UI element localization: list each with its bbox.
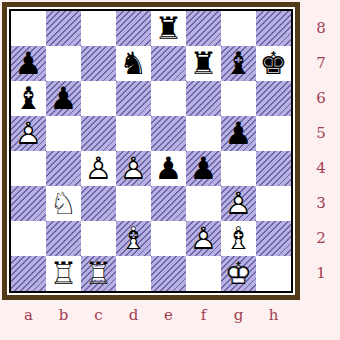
- piece-white-pawn: ♙: [221, 186, 256, 221]
- piece-white-pawn: ♙: [11, 116, 46, 151]
- square-b7[interactable]: [46, 46, 81, 81]
- piece-white-rook-fill: ♜: [46, 256, 81, 291]
- square-c7[interactable]: [81, 46, 116, 81]
- square-c6[interactable]: [81, 81, 116, 116]
- square-c2[interactable]: [81, 221, 116, 256]
- square-b8[interactable]: [46, 11, 81, 46]
- square-a6[interactable]: ♝: [11, 81, 46, 116]
- rank-label-3: 3: [308, 186, 334, 221]
- square-c8[interactable]: [81, 11, 116, 46]
- rank-label-7: 7: [308, 46, 334, 81]
- piece-black-pawn: ♟: [186, 151, 221, 186]
- square-d8[interactable]: [116, 11, 151, 46]
- square-e6[interactable]: [151, 81, 186, 116]
- square-e3[interactable]: [151, 186, 186, 221]
- square-f7[interactable]: ♜: [186, 46, 221, 81]
- square-h3[interactable]: [256, 186, 291, 221]
- square-f2[interactable]: ♟♙: [186, 221, 221, 256]
- piece-white-pawn-fill: ♟: [81, 151, 116, 186]
- piece-white-bishop-fill: ♝: [116, 221, 151, 256]
- board-grid: ♜♟♞♜♝♚♝♟♟♙♟♟♙♟♙♟♟♞♘♟♙♝♗♟♙♝♗♜♖♜♖♚♔: [11, 11, 291, 291]
- chess-board-frame: ♜♟♞♜♝♚♝♟♟♙♟♟♙♟♙♟♟♞♘♟♙♝♗♟♙♝♗♜♖♜♖♚♔: [2, 2, 300, 300]
- square-e5[interactable]: [151, 116, 186, 151]
- square-b4[interactable]: [46, 151, 81, 186]
- square-a8[interactable]: [11, 11, 46, 46]
- square-c1[interactable]: ♜♖: [81, 256, 116, 291]
- square-g4[interactable]: [221, 151, 256, 186]
- square-h1[interactable]: [256, 256, 291, 291]
- square-d5[interactable]: [116, 116, 151, 151]
- square-g3[interactable]: ♟♙: [221, 186, 256, 221]
- square-a2[interactable]: [11, 221, 46, 256]
- square-d4[interactable]: ♟♙: [116, 151, 151, 186]
- square-f4[interactable]: ♟: [186, 151, 221, 186]
- square-b5[interactable]: [46, 116, 81, 151]
- file-label-e: e: [151, 303, 186, 327]
- square-c3[interactable]: [81, 186, 116, 221]
- square-f8[interactable]: [186, 11, 221, 46]
- square-f3[interactable]: [186, 186, 221, 221]
- square-b2[interactable]: [46, 221, 81, 256]
- square-e1[interactable]: [151, 256, 186, 291]
- piece-white-pawn-fill: ♟: [11, 116, 46, 151]
- piece-black-bishop: ♝: [11, 81, 46, 116]
- piece-white-rook-fill: ♜: [81, 256, 116, 291]
- piece-black-pawn: ♟: [221, 116, 256, 151]
- piece-black-bishop: ♝: [221, 46, 256, 81]
- square-e4[interactable]: ♟: [151, 151, 186, 186]
- square-h2[interactable]: [256, 221, 291, 256]
- square-e7[interactable]: [151, 46, 186, 81]
- file-label-g: g: [221, 303, 256, 327]
- square-b1[interactable]: ♜♖: [46, 256, 81, 291]
- piece-white-pawn-fill: ♟: [221, 186, 256, 221]
- square-a5[interactable]: ♟♙: [11, 116, 46, 151]
- piece-black-pawn: ♟: [151, 151, 186, 186]
- piece-white-bishop-fill: ♝: [221, 221, 256, 256]
- rank-label-8: 8: [308, 11, 334, 46]
- square-a3[interactable]: [11, 186, 46, 221]
- piece-white-bishop: ♗: [221, 221, 256, 256]
- square-f6[interactable]: [186, 81, 221, 116]
- square-h8[interactable]: [256, 11, 291, 46]
- piece-white-king: ♔: [221, 256, 256, 291]
- square-g2[interactable]: ♝♗: [221, 221, 256, 256]
- square-f5[interactable]: [186, 116, 221, 151]
- piece-black-rook: ♜: [186, 46, 221, 81]
- file-label-f: f: [186, 303, 221, 327]
- square-a1[interactable]: [11, 256, 46, 291]
- square-d7[interactable]: ♞: [116, 46, 151, 81]
- square-e2[interactable]: [151, 221, 186, 256]
- piece-white-pawn: ♙: [116, 151, 151, 186]
- square-g6[interactable]: [221, 81, 256, 116]
- square-g1[interactable]: ♚♔: [221, 256, 256, 291]
- square-f1[interactable]: [186, 256, 221, 291]
- square-c4[interactable]: ♟♙: [81, 151, 116, 186]
- square-h5[interactable]: [256, 116, 291, 151]
- piece-black-pawn: ♟: [11, 46, 46, 81]
- square-d2[interactable]: ♝♗: [116, 221, 151, 256]
- piece-white-pawn-fill: ♟: [186, 221, 221, 256]
- piece-white-bishop: ♗: [116, 221, 151, 256]
- piece-white-knight-fill: ♞: [46, 186, 81, 221]
- file-label-a: a: [11, 303, 46, 327]
- square-a4[interactable]: [11, 151, 46, 186]
- piece-white-rook: ♖: [81, 256, 116, 291]
- square-g7[interactable]: ♝: [221, 46, 256, 81]
- square-c5[interactable]: [81, 116, 116, 151]
- piece-white-pawn: ♙: [186, 221, 221, 256]
- piece-white-king-fill: ♚: [221, 256, 256, 291]
- piece-white-knight: ♘: [46, 186, 81, 221]
- rank-label-1: 1: [308, 256, 334, 291]
- square-h4[interactable]: [256, 151, 291, 186]
- square-a7[interactable]: ♟: [11, 46, 46, 81]
- piece-black-rook: ♜: [151, 11, 186, 46]
- square-h7[interactable]: ♚: [256, 46, 291, 81]
- file-label-b: b: [46, 303, 81, 327]
- piece-white-rook: ♖: [46, 256, 81, 291]
- file-label-h: h: [256, 303, 291, 327]
- square-b6[interactable]: ♟: [46, 81, 81, 116]
- piece-black-knight: ♞: [116, 46, 151, 81]
- piece-white-pawn: ♙: [81, 151, 116, 186]
- rank-label-2: 2: [308, 221, 334, 256]
- square-d6[interactable]: [116, 81, 151, 116]
- square-b3[interactable]: ♞♘: [46, 186, 81, 221]
- chess-board: ♜♟♞♜♝♚♝♟♟♙♟♟♙♟♙♟♟♞♘♟♙♝♗♟♙♝♗♜♖♜♖♚♔: [9, 9, 293, 293]
- square-d3[interactable]: [116, 186, 151, 221]
- file-label-d: d: [116, 303, 151, 327]
- rank-label-6: 6: [308, 81, 334, 116]
- rank-label-5: 5: [308, 116, 334, 151]
- file-label-c: c: [81, 303, 116, 327]
- piece-black-king: ♚: [256, 46, 291, 81]
- rank-label-4: 4: [308, 151, 334, 186]
- square-g5[interactable]: ♟: [221, 116, 256, 151]
- piece-black-pawn: ♟: [46, 81, 81, 116]
- square-g8[interactable]: [221, 11, 256, 46]
- square-e8[interactable]: ♜: [151, 11, 186, 46]
- square-h6[interactable]: [256, 81, 291, 116]
- piece-white-pawn-fill: ♟: [116, 151, 151, 186]
- square-d1[interactable]: [116, 256, 151, 291]
